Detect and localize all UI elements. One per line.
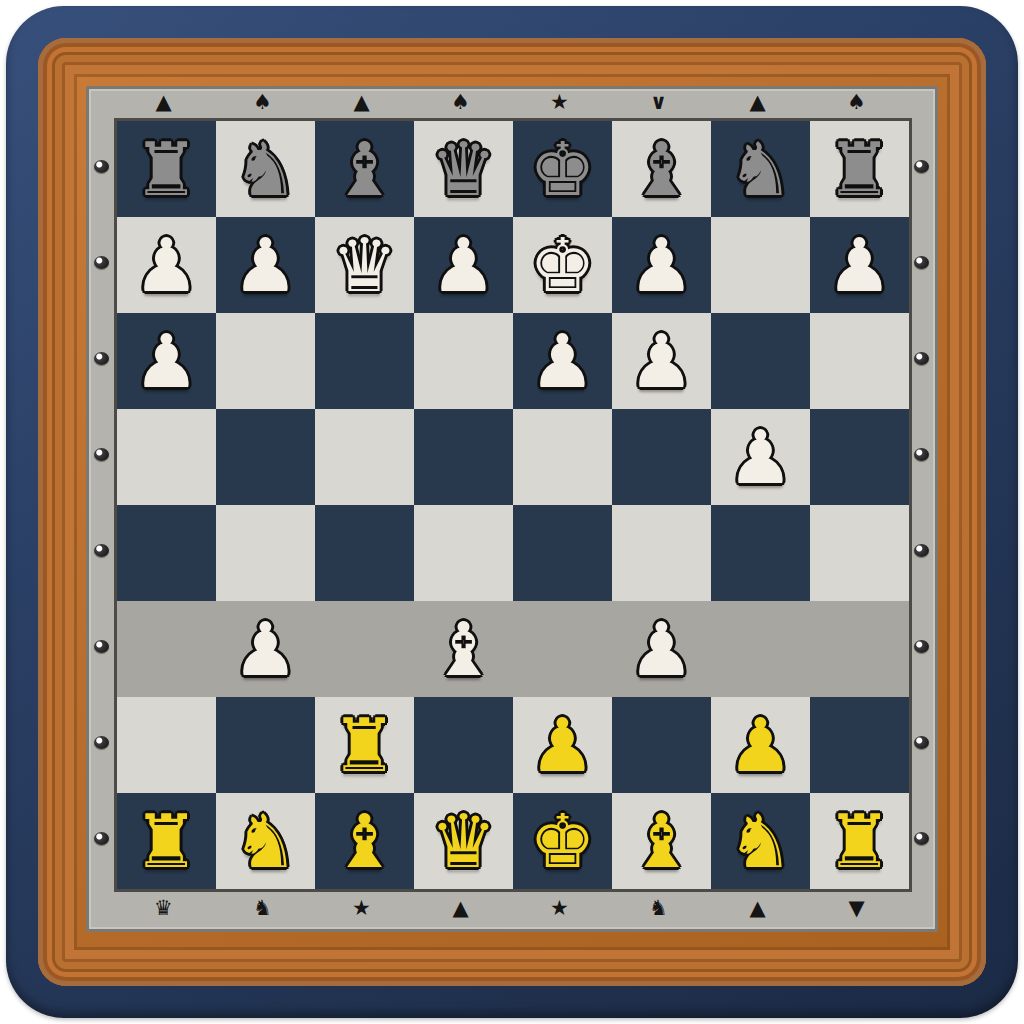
square-b7[interactable]: ♟ xyxy=(216,217,315,313)
square-c7[interactable]: ♛ xyxy=(315,217,414,313)
square-b4[interactable] xyxy=(216,505,315,601)
square-a4[interactable] xyxy=(117,505,216,601)
left-knob-6 xyxy=(94,640,109,653)
square-h5[interactable] xyxy=(810,409,909,505)
yellow-queen-d1[interactable]: ♛ xyxy=(430,804,496,878)
square-e8[interactable]: ♚ xyxy=(513,121,612,217)
square-c2[interactable]: ♜ xyxy=(315,697,414,793)
square-e7[interactable]: ♚ xyxy=(513,217,612,313)
white-bishop-d3[interactable]: ♝ xyxy=(430,612,496,686)
square-c4[interactable] xyxy=(315,505,414,601)
left-knob-column xyxy=(88,118,114,886)
bottom-marker-6: ♞ xyxy=(649,898,668,919)
top-marker-6: ∨ xyxy=(650,92,667,113)
bottom-marker-2: ♞ xyxy=(253,898,272,919)
square-g3[interactable] xyxy=(711,601,810,697)
right-knob-6 xyxy=(914,640,929,653)
gray-knight-b8[interactable]: ♞ xyxy=(232,132,298,206)
square-a6[interactable]: ♟ xyxy=(117,313,216,409)
bottom-marker-4: ▲ xyxy=(452,898,468,919)
right-knob-3 xyxy=(914,352,929,365)
top-marker-8: ♠ xyxy=(847,92,866,113)
square-g8[interactable]: ♞ xyxy=(711,121,810,217)
square-b8[interactable]: ♞ xyxy=(216,121,315,217)
square-b2[interactable] xyxy=(216,697,315,793)
square-f7[interactable]: ♟ xyxy=(612,217,711,313)
white-pawn-a6[interactable]: ♟ xyxy=(133,324,199,398)
square-d2[interactable] xyxy=(414,697,513,793)
square-c1[interactable]: ♝ xyxy=(315,793,414,889)
bottom-marker-7: ▲ xyxy=(749,898,765,919)
square-g2[interactable]: ♟ xyxy=(711,697,810,793)
square-f1[interactable]: ♝ xyxy=(612,793,711,889)
white-pawn-a7[interactable]: ♟ xyxy=(133,228,199,302)
gray-rook-a8[interactable]: ♜ xyxy=(133,132,199,206)
top-marker-2: ♠ xyxy=(253,92,272,113)
square-h2[interactable] xyxy=(810,697,909,793)
square-a1[interactable]: ♜ xyxy=(117,793,216,889)
yellow-king-e1[interactable]: ♚ xyxy=(529,804,595,878)
square-f3[interactable]: ♟ xyxy=(612,601,711,697)
square-c5[interactable] xyxy=(315,409,414,505)
square-a3[interactable] xyxy=(117,601,216,697)
yellow-pawn-e2[interactable]: ♟ xyxy=(529,708,595,782)
top-marker-7: ▲ xyxy=(749,92,765,113)
square-a5[interactable] xyxy=(117,409,216,505)
white-pawn-b7[interactable]: ♟ xyxy=(232,228,298,302)
white-queen-c7[interactable]: ♛ xyxy=(331,228,397,302)
top-marker-row: ▲♠▲♠★∨▲♠ xyxy=(114,88,906,116)
white-pawn-f7[interactable]: ♟ xyxy=(628,228,694,302)
yellow-rook-a1[interactable]: ♜ xyxy=(133,804,199,878)
square-f5[interactable] xyxy=(612,409,711,505)
square-b5[interactable] xyxy=(216,409,315,505)
square-d6[interactable] xyxy=(414,313,513,409)
square-h6[interactable] xyxy=(810,313,909,409)
square-a2[interactable] xyxy=(117,697,216,793)
square-d7[interactable]: ♟ xyxy=(414,217,513,313)
square-c3[interactable] xyxy=(315,601,414,697)
right-knob-7 xyxy=(914,736,929,749)
chess-app-window: ▲♠▲♠★∨▲♠ ♛♞★▲★♞▲▼ ♜♞♝♛♚♝♞♜♟♟♛♟♚♟♟♟♟♟♟♟♝♟… xyxy=(0,0,1024,1024)
yellow-knight-g1[interactable]: ♞ xyxy=(727,804,793,878)
bottom-marker-3: ★ xyxy=(352,898,371,919)
chess-board[interactable]: ♜♞♝♛♚♝♞♜♟♟♛♟♚♟♟♟♟♟♟♟♝♟♜♟♟♜♞♝♛♚♝♞♜ xyxy=(114,118,912,892)
right-knob-8 xyxy=(914,832,929,845)
white-king-e7[interactable]: ♚ xyxy=(529,228,595,302)
square-e4[interactable] xyxy=(513,505,612,601)
square-c8[interactable]: ♝ xyxy=(315,121,414,217)
bottom-marker-8: ▼ xyxy=(848,898,864,919)
left-knob-7 xyxy=(94,736,109,749)
square-e2[interactable]: ♟ xyxy=(513,697,612,793)
square-b3[interactable]: ♟ xyxy=(216,601,315,697)
white-pawn-b3[interactable]: ♟ xyxy=(232,612,298,686)
square-h3[interactable] xyxy=(810,601,909,697)
yellow-bishop-c1[interactable]: ♝ xyxy=(331,804,397,878)
square-c6[interactable] xyxy=(315,313,414,409)
square-f4[interactable] xyxy=(612,505,711,601)
white-pawn-e6[interactable]: ♟ xyxy=(529,324,595,398)
square-e6[interactable]: ♟ xyxy=(513,313,612,409)
top-marker-1: ▲ xyxy=(155,92,171,113)
square-e3[interactable] xyxy=(513,601,612,697)
white-pawn-g5[interactable]: ♟ xyxy=(727,420,793,494)
white-pawn-f6[interactable]: ♟ xyxy=(628,324,694,398)
square-f6[interactable]: ♟ xyxy=(612,313,711,409)
yellow-rook-c2[interactable]: ♜ xyxy=(331,708,397,782)
square-d8[interactable]: ♛ xyxy=(414,121,513,217)
square-d4[interactable] xyxy=(414,505,513,601)
square-d1[interactable]: ♛ xyxy=(414,793,513,889)
square-h1[interactable]: ♜ xyxy=(810,793,909,889)
gray-knight-g8[interactable]: ♞ xyxy=(727,132,793,206)
square-b1[interactable]: ♞ xyxy=(216,793,315,889)
left-knob-1 xyxy=(94,160,109,173)
square-a8[interactable]: ♜ xyxy=(117,121,216,217)
square-a7[interactable]: ♟ xyxy=(117,217,216,313)
square-e5[interactable] xyxy=(513,409,612,505)
square-g7[interactable] xyxy=(711,217,810,313)
square-d3[interactable]: ♝ xyxy=(414,601,513,697)
right-knob-4 xyxy=(914,448,929,461)
white-pawn-d7[interactable]: ♟ xyxy=(430,228,496,302)
gray-king-e8[interactable]: ♚ xyxy=(529,132,595,206)
white-pawn-f3[interactable]: ♟ xyxy=(628,612,694,686)
square-g5[interactable]: ♟ xyxy=(711,409,810,505)
square-f2[interactable] xyxy=(612,697,711,793)
gray-rook-h8[interactable]: ♜ xyxy=(826,132,892,206)
gray-bishop-c8[interactable]: ♝ xyxy=(331,132,397,206)
yellow-bishop-f1[interactable]: ♝ xyxy=(628,804,694,878)
yellow-knight-b1[interactable]: ♞ xyxy=(232,804,298,878)
right-knob-1 xyxy=(914,160,929,173)
left-knob-8 xyxy=(94,832,109,845)
square-f8[interactable]: ♝ xyxy=(612,121,711,217)
bottom-marker-5: ★ xyxy=(550,898,569,919)
right-knob-2 xyxy=(914,256,929,269)
square-d5[interactable] xyxy=(414,409,513,505)
left-knob-2 xyxy=(94,256,109,269)
gray-bishop-f8[interactable]: ♝ xyxy=(628,132,694,206)
left-knob-4 xyxy=(94,448,109,461)
left-knob-3 xyxy=(94,352,109,365)
top-marker-3: ▲ xyxy=(353,92,369,113)
white-pawn-h7[interactable]: ♟ xyxy=(826,228,892,302)
bottom-marker-row: ♛♞★▲★♞▲▼ xyxy=(114,890,906,926)
square-g4[interactable] xyxy=(711,505,810,601)
square-g6[interactable] xyxy=(711,313,810,409)
square-h8[interactable]: ♜ xyxy=(810,121,909,217)
gray-queen-d8[interactable]: ♛ xyxy=(430,132,496,206)
left-knob-5 xyxy=(94,544,109,557)
top-marker-4: ♠ xyxy=(451,92,470,113)
yellow-pawn-g2[interactable]: ♟ xyxy=(727,708,793,782)
square-h4[interactable] xyxy=(810,505,909,601)
yellow-rook-h1[interactable]: ♜ xyxy=(826,804,892,878)
square-h7[interactable]: ♟ xyxy=(810,217,909,313)
right-knob-5 xyxy=(914,544,929,557)
bottom-marker-1: ♛ xyxy=(154,898,173,919)
square-e1[interactable]: ♚ xyxy=(513,793,612,889)
square-b6[interactable] xyxy=(216,313,315,409)
top-marker-5: ★ xyxy=(550,92,569,113)
square-g1[interactable]: ♞ xyxy=(711,793,810,889)
